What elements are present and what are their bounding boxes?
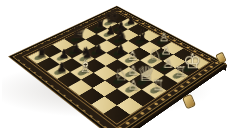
white-pawn-piece: ♙ [157,32,172,43]
chess-set-photo: ♜♛♜♚♟♟♟♟♟♟♞♟♞♗♟♝♙♙♘♙♘♙♙♕♙♖♖♔ [0,0,228,128]
white-rook-piece: ♖ [173,64,190,78]
white-pawn-piece: ♙ [125,50,141,62]
white-rook-piece: ♖ [150,78,168,92]
black-pawn-piece: ♟ [56,48,72,60]
black-pawn-piece: ♟ [54,61,71,74]
white-pawn-piece: ♙ [125,78,143,91]
black-queen-piece: ♛ [71,23,86,41]
chess-board: ♜♛♜♚♟♟♟♟♟♟♞♟♞♗♟♝♙♙♘♙♘♙♙♕♙♖♖♔ [8,5,226,128]
black-knight-piece: ♞ [114,28,129,42]
black-bishop-piece: ♝ [135,28,150,43]
white-bishop-piece: ♗ [77,58,94,75]
black-rook-piece: ♜ [34,46,50,59]
perspective-scene: ♜♛♜♚♟♟♟♟♟♟♞♟♞♗♟♝♙♙♘♙♘♙♙♕♙♖♖♔ [0,0,228,128]
board-grid: ♜♛♜♚♟♟♟♟♟♟♞♟♞♗♟♝♙♙♘♙♘♙♙♕♙♖♖♔ [28,13,209,123]
